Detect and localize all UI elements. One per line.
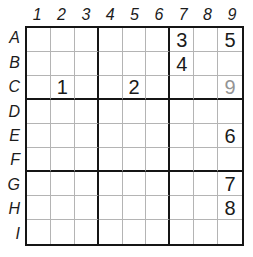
cell-I1[interactable] [27,220,51,244]
cell-B2[interactable] [51,52,75,76]
cell-D8[interactable] [194,100,218,124]
row-label-B: B [0,50,23,74]
cell-B9[interactable] [218,52,242,76]
col-label-6: 6 [147,7,171,26]
cell-F2[interactable] [51,148,75,172]
row-label-H: H [0,197,23,221]
cell-H5[interactable] [123,196,147,220]
cell-E6[interactable] [146,124,170,148]
cell-I5[interactable] [123,220,147,244]
cell-D1[interactable] [27,100,51,124]
cell-G8[interactable] [194,172,218,196]
cell-G9[interactable]: 7 [218,172,242,196]
cell-D5[interactable] [123,100,147,124]
cell-E1[interactable] [27,124,51,148]
cell-C8[interactable] [194,76,218,100]
cell-A4[interactable] [99,28,123,52]
cell-A9[interactable]: 5 [218,28,242,52]
row-label-E: E [0,124,23,148]
col-label-4: 4 [98,7,122,26]
cell-C9[interactable]: 9 [218,76,242,100]
cell-H1[interactable] [27,196,51,220]
cell-D4[interactable] [99,100,123,124]
cell-G3[interactable] [75,172,99,196]
row-label-I: I [0,222,23,246]
cell-A1[interactable] [27,28,51,52]
cell-C6[interactable] [146,76,170,100]
cell-E2[interactable] [51,124,75,148]
cell-I2[interactable] [51,220,75,244]
cell-H7[interactable] [170,196,194,220]
cell-E3[interactable] [75,124,99,148]
col-label-2: 2 [49,7,73,26]
col-label-5: 5 [122,7,146,26]
cell-F5[interactable] [123,148,147,172]
cell-G1[interactable] [27,172,51,196]
col-label-1: 1 [25,7,49,26]
cell-G6[interactable] [146,172,170,196]
cell-D3[interactable] [75,100,99,124]
cell-I7[interactable] [170,220,194,244]
cell-A3[interactable] [75,28,99,52]
cell-F6[interactable] [146,148,170,172]
cell-B4[interactable] [99,52,123,76]
cell-D6[interactable] [146,100,170,124]
cell-F1[interactable] [27,148,51,172]
cell-G7[interactable] [170,172,194,196]
col-label-9: 9 [220,7,244,26]
cell-F8[interactable] [194,148,218,172]
col-label-8: 8 [195,7,219,26]
cell-H8[interactable] [194,196,218,220]
col-label-7: 7 [171,7,195,26]
cell-G2[interactable] [51,172,75,196]
cell-I8[interactable] [194,220,218,244]
cell-C5[interactable]: 2 [123,76,147,100]
row-label-G: G [0,173,23,197]
row-label-D: D [0,99,23,123]
cell-B3[interactable] [75,52,99,76]
column-labels: 123456789 [25,0,244,26]
cell-H4[interactable] [99,196,123,220]
cell-H6[interactable] [146,196,170,220]
cell-A8[interactable] [194,28,218,52]
cell-F3[interactable] [75,148,99,172]
cell-B5[interactable] [123,52,147,76]
cell-G5[interactable] [123,172,147,196]
cell-F9[interactable] [218,148,242,172]
cell-B8[interactable] [194,52,218,76]
cell-D2[interactable] [51,100,75,124]
cell-A6[interactable] [146,28,170,52]
cell-I4[interactable] [99,220,123,244]
cell-C3[interactable] [75,76,99,100]
col-label-3: 3 [74,7,98,26]
cell-C4[interactable] [99,76,123,100]
row-label-C: C [0,75,23,99]
cell-C1[interactable] [27,76,51,100]
sudoku-board: 354129678 [25,26,244,246]
row-labels: ABCDEFGHI [0,26,23,246]
row-label-F: F [0,148,23,172]
cell-F4[interactable] [99,148,123,172]
cell-D7[interactable] [170,100,194,124]
cell-C2[interactable]: 1 [51,76,75,100]
cell-D9[interactable] [218,100,242,124]
cell-H3[interactable] [75,196,99,220]
cell-H9[interactable]: 8 [218,196,242,220]
cell-E4[interactable] [99,124,123,148]
cell-F7[interactable] [170,148,194,172]
cell-E5[interactable] [123,124,147,148]
cell-G4[interactable] [99,172,123,196]
cell-E9[interactable]: 6 [218,124,242,148]
cell-B1[interactable] [27,52,51,76]
cell-A5[interactable] [123,28,147,52]
cell-E7[interactable] [170,124,194,148]
cell-B6[interactable] [146,52,170,76]
cell-E8[interactable] [194,124,218,148]
cell-I9[interactable] [218,220,242,244]
cell-I6[interactable] [146,220,170,244]
cell-C7[interactable] [170,76,194,100]
sudoku-screenshot: 123456789 ABCDEFGHI 354129678 [0,0,253,257]
row-label-A: A [0,26,23,50]
cell-A7[interactable]: 3 [170,28,194,52]
cell-I3[interactable] [75,220,99,244]
cell-A2[interactable] [51,28,75,52]
cell-H2[interactable] [51,196,75,220]
cell-B7[interactable]: 4 [170,52,194,76]
